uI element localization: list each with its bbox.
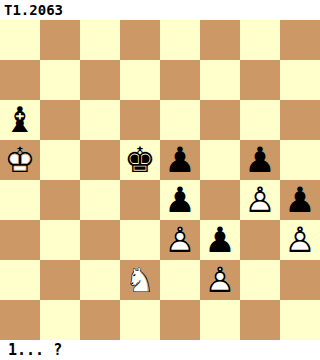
square-e5[interactable]: ♟ bbox=[160, 140, 200, 180]
black-pawn: ♟ bbox=[280, 180, 320, 220]
chess-puzzle-app: T1.2063 ♝♚♔♚♟♟♟♟♙♟♟♙♟♟♙♞♘♟♙ 1... ? bbox=[0, 0, 320, 360]
square-b5[interactable] bbox=[40, 140, 80, 180]
square-f1[interactable] bbox=[200, 300, 240, 340]
square-d2[interactable]: ♞♘ bbox=[120, 260, 160, 300]
square-c2[interactable] bbox=[80, 260, 120, 300]
square-g2[interactable] bbox=[240, 260, 280, 300]
square-c5[interactable] bbox=[80, 140, 120, 180]
square-h8[interactable] bbox=[280, 20, 320, 60]
white-pawn: ♟♙ bbox=[240, 180, 280, 220]
square-g8[interactable] bbox=[240, 20, 280, 60]
square-a1[interactable] bbox=[0, 300, 40, 340]
square-g6[interactable] bbox=[240, 100, 280, 140]
square-f2[interactable]: ♟♙ bbox=[200, 260, 240, 300]
square-f4[interactable] bbox=[200, 180, 240, 220]
square-a4[interactable] bbox=[0, 180, 40, 220]
square-d4[interactable] bbox=[120, 180, 160, 220]
square-g1[interactable] bbox=[240, 300, 280, 340]
square-e6[interactable] bbox=[160, 100, 200, 140]
square-a2[interactable] bbox=[0, 260, 40, 300]
white-pawn: ♟♙ bbox=[200, 260, 240, 300]
square-g4[interactable]: ♟♙ bbox=[240, 180, 280, 220]
square-a8[interactable] bbox=[0, 20, 40, 60]
square-c4[interactable] bbox=[80, 180, 120, 220]
square-e4[interactable]: ♟ bbox=[160, 180, 200, 220]
square-b7[interactable] bbox=[40, 60, 80, 100]
square-g5[interactable]: ♟ bbox=[240, 140, 280, 180]
square-f5[interactable] bbox=[200, 140, 240, 180]
white-pawn: ♟♙ bbox=[160, 220, 200, 260]
square-e1[interactable] bbox=[160, 300, 200, 340]
black-king: ♚ bbox=[120, 140, 160, 180]
black-bishop: ♝ bbox=[0, 100, 40, 140]
square-a6[interactable]: ♝ bbox=[0, 100, 40, 140]
square-a3[interactable] bbox=[0, 220, 40, 260]
square-c6[interactable] bbox=[80, 100, 120, 140]
square-g3[interactable] bbox=[240, 220, 280, 260]
square-b8[interactable] bbox=[40, 20, 80, 60]
square-d6[interactable] bbox=[120, 100, 160, 140]
white-knight: ♞♘ bbox=[120, 260, 160, 300]
square-d3[interactable] bbox=[120, 220, 160, 260]
white-pawn: ♟♙ bbox=[280, 220, 320, 260]
chess-board: ♝♚♔♚♟♟♟♟♙♟♟♙♟♟♙♞♘♟♙ bbox=[0, 20, 320, 340]
square-d1[interactable] bbox=[120, 300, 160, 340]
black-pawn: ♟ bbox=[200, 220, 240, 260]
square-b4[interactable] bbox=[40, 180, 80, 220]
square-d7[interactable] bbox=[120, 60, 160, 100]
square-d8[interactable] bbox=[120, 20, 160, 60]
title-bar: T1.2063 bbox=[0, 0, 320, 20]
square-c7[interactable] bbox=[80, 60, 120, 100]
black-pawn: ♟ bbox=[160, 140, 200, 180]
square-b1[interactable] bbox=[40, 300, 80, 340]
square-g7[interactable] bbox=[240, 60, 280, 100]
square-c3[interactable] bbox=[80, 220, 120, 260]
square-h7[interactable] bbox=[280, 60, 320, 100]
square-h4[interactable]: ♟ bbox=[280, 180, 320, 220]
square-h5[interactable] bbox=[280, 140, 320, 180]
square-e7[interactable] bbox=[160, 60, 200, 100]
square-e2[interactable] bbox=[160, 260, 200, 300]
square-b3[interactable] bbox=[40, 220, 80, 260]
white-king: ♚♔ bbox=[0, 140, 40, 180]
status-bar: 1... ? bbox=[0, 340, 320, 360]
square-f6[interactable] bbox=[200, 100, 240, 140]
square-c1[interactable] bbox=[80, 300, 120, 340]
black-pawn: ♟ bbox=[240, 140, 280, 180]
square-c8[interactable] bbox=[80, 20, 120, 60]
square-b6[interactable] bbox=[40, 100, 80, 140]
square-e3[interactable]: ♟♙ bbox=[160, 220, 200, 260]
square-a7[interactable] bbox=[0, 60, 40, 100]
square-d5[interactable]: ♚ bbox=[120, 140, 160, 180]
square-h6[interactable] bbox=[280, 100, 320, 140]
square-f8[interactable] bbox=[200, 20, 240, 60]
black-pawn: ♟ bbox=[160, 180, 200, 220]
square-e8[interactable] bbox=[160, 20, 200, 60]
puzzle-id: T1.2063 bbox=[4, 0, 63, 20]
square-a5[interactable]: ♚♔ bbox=[0, 140, 40, 180]
square-b2[interactable] bbox=[40, 260, 80, 300]
square-h3[interactable]: ♟♙ bbox=[280, 220, 320, 260]
square-f3[interactable]: ♟ bbox=[200, 220, 240, 260]
square-h2[interactable] bbox=[280, 260, 320, 300]
move-prompt: 1... ? bbox=[8, 340, 62, 360]
square-h1[interactable] bbox=[280, 300, 320, 340]
square-f7[interactable] bbox=[200, 60, 240, 100]
